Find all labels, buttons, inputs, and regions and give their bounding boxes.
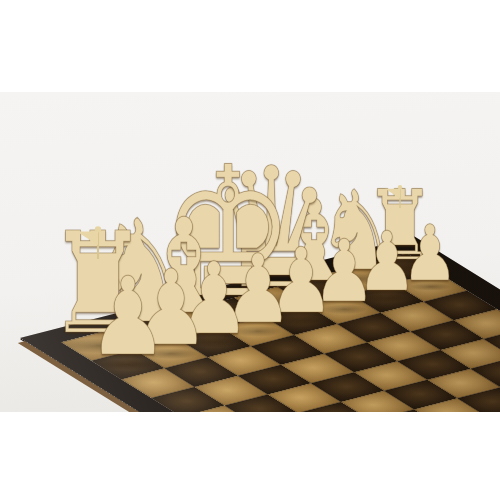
rook-flag — [400, 189, 401, 208]
board-squares — [61, 253, 500, 412]
auction-photo: ♜♞♟♝♟♛♟♚♟♝♟♞♟♜♟♟ — [0, 0, 500, 500]
chess-board — [20, 237, 500, 412]
rook-flag — [97, 232, 99, 260]
photo-background: ♜♞♟♝♟♛♟♚♟♝♟♞♟♜♟♟ — [0, 92, 500, 412]
